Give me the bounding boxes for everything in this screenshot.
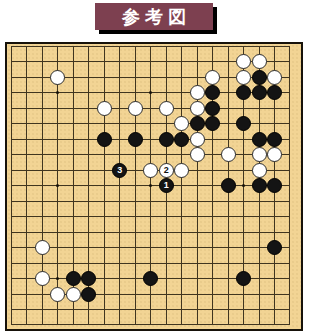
white-stone-3-16 — [35, 271, 50, 286]
white-stone-11-5 — [159, 101, 174, 116]
white-stone-7-5 — [97, 101, 112, 116]
black-stone-17-7 — [252, 132, 267, 147]
white-stone-17-2 — [252, 54, 267, 69]
grid-line-horizontal — [11, 201, 290, 202]
black-stone-18-4 — [267, 85, 282, 100]
grid-line-horizontal — [11, 263, 290, 264]
black-stone-17-3 — [252, 70, 267, 85]
black-stone-10-16 — [143, 271, 158, 286]
black-stone-16-4 — [236, 85, 251, 100]
black-stone-18-7 — [267, 132, 282, 147]
black-stone-6-16 — [81, 271, 96, 286]
white-stone-3-14 — [35, 240, 50, 255]
black-stone-17-4 — [252, 85, 267, 100]
grid-line-horizontal — [11, 216, 290, 217]
black-stone-15-10 — [221, 178, 236, 193]
black-stone-17-10 — [252, 178, 267, 193]
white-stone-4-3 — [50, 70, 65, 85]
white-stone-16-2 — [236, 54, 251, 69]
page: { "title": { "text": "参考図" }, "game": "g… — [0, 0, 310, 336]
black-stone-12-7 — [174, 132, 189, 147]
black-stone-16-16 — [236, 271, 251, 286]
white-stone-17-9 — [252, 163, 267, 178]
move-3-black-stone-8-9: 3 — [112, 163, 127, 178]
white-stone-14-3 — [205, 70, 220, 85]
black-stone-7-7 — [97, 132, 112, 147]
black-stone-14-5 — [205, 101, 220, 116]
white-stone-17-8 — [252, 147, 267, 162]
black-stone-9-7 — [128, 132, 143, 147]
star-point — [56, 184, 59, 187]
white-stone-18-3 — [267, 70, 282, 85]
white-stone-13-7 — [190, 132, 205, 147]
grid-line-vertical — [289, 46, 290, 325]
grid-line-horizontal — [11, 309, 290, 310]
black-stone-11-7 — [159, 132, 174, 147]
white-stone-12-6 — [174, 116, 189, 131]
black-stone-18-14 — [267, 240, 282, 255]
black-stone-18-10 — [267, 178, 282, 193]
star-point — [149, 91, 152, 94]
white-stone-13-4 — [190, 85, 205, 100]
diagram-title: 参考図 — [117, 8, 191, 26]
black-stone-16-6 — [236, 116, 251, 131]
move-1-black-stone-11-10: 1 — [159, 178, 174, 193]
star-point — [242, 184, 245, 187]
white-stone-10-9 — [143, 163, 158, 178]
black-stone-6-17 — [81, 287, 96, 302]
white-stone-13-5 — [190, 101, 205, 116]
white-stone-15-8 — [221, 147, 236, 162]
star-point — [56, 277, 59, 280]
diagram-title-box: 参考図 — [95, 3, 213, 30]
move-2-white-stone-11-9: 2 — [159, 163, 174, 178]
black-stone-14-4 — [205, 85, 220, 100]
go-board: 321 — [5, 42, 303, 331]
star-point — [149, 184, 152, 187]
grid-line-horizontal — [11, 324, 290, 325]
grid-line-horizontal — [11, 232, 290, 233]
white-stone-18-8 — [267, 147, 282, 162]
white-stone-5-17 — [66, 287, 81, 302]
grid-line-vertical — [181, 46, 182, 325]
black-stone-13-6 — [190, 116, 205, 131]
white-stone-12-9 — [174, 163, 189, 178]
white-stone-13-8 — [190, 147, 205, 162]
grid-line-horizontal — [11, 247, 290, 248]
white-stone-16-3 — [236, 70, 251, 85]
black-stone-5-16 — [66, 271, 81, 286]
white-stone-4-17 — [50, 287, 65, 302]
black-stone-14-6 — [205, 116, 220, 131]
white-stone-9-5 — [128, 101, 143, 116]
